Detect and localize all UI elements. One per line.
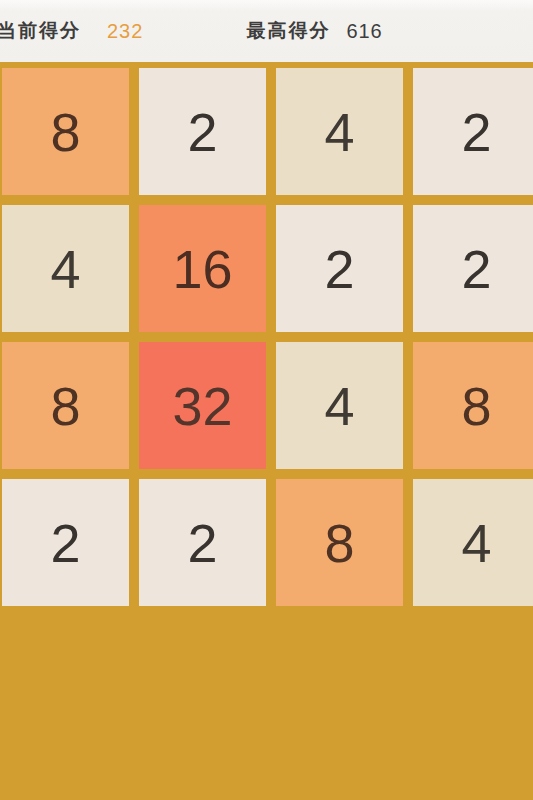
tile-r2c1: 4 (2, 205, 129, 332)
score-bar: 当前得分 232 最高得分 616 (0, 0, 533, 62)
current-score-label: 当前得分 (0, 18, 81, 44)
best-score-value: 616 (346, 20, 382, 43)
tile-r1c2: 2 (139, 68, 266, 195)
tile-r1c1: 8 (2, 68, 129, 195)
tile-r3c2: 32 (139, 342, 266, 469)
tile-r2c3: 2 (276, 205, 403, 332)
tile-r4c2: 2 (139, 479, 266, 606)
app-screen: 当前得分 232 最高得分 616 824241622832482284 (0, 0, 533, 800)
tile-r2c2: 16 (139, 205, 266, 332)
best-score-label: 最高得分 (246, 18, 330, 44)
tile-r2c4: 2 (413, 205, 533, 332)
tile-r4c3: 8 (276, 479, 403, 606)
current-score-value: 232 (107, 20, 143, 43)
board[interactable]: 824241622832482284 (0, 62, 533, 606)
tile-r1c4: 2 (413, 68, 533, 195)
tile-r3c1: 8 (2, 342, 129, 469)
tile-r4c4: 4 (413, 479, 533, 606)
tile-r4c1: 2 (2, 479, 129, 606)
tile-r1c3: 4 (276, 68, 403, 195)
tile-r3c4: 8 (413, 342, 533, 469)
tile-r3c3: 4 (276, 342, 403, 469)
